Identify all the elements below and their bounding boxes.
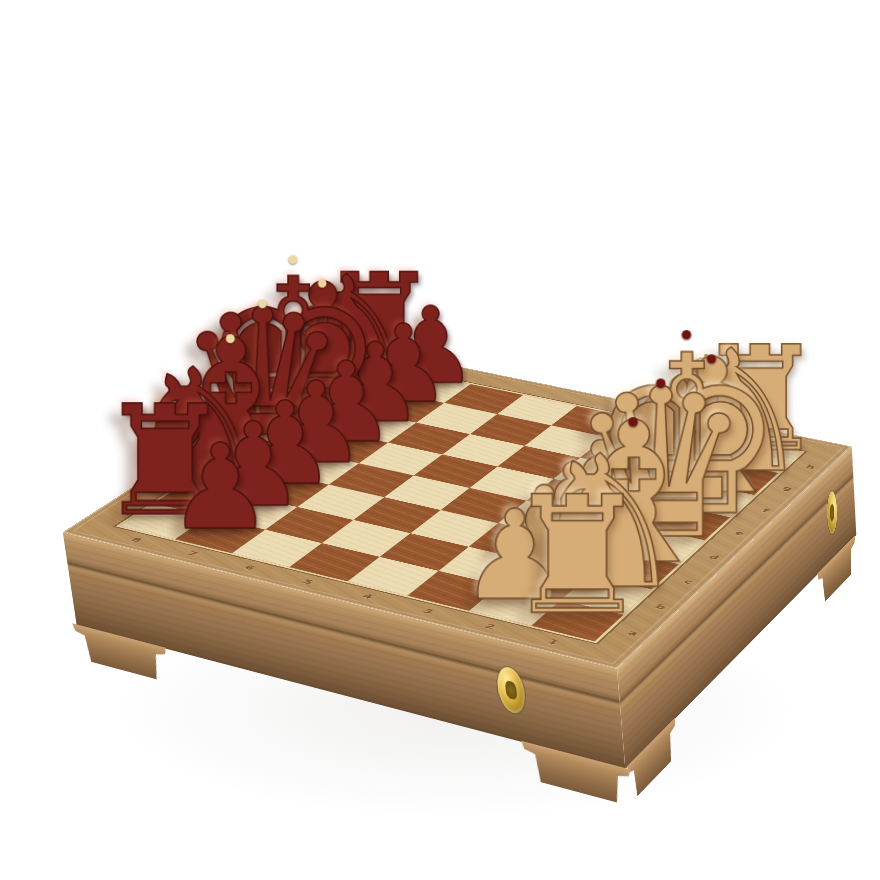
piece-white-rook[interactable]: ♜	[505, 475, 651, 637]
piece-black-pawn[interactable]: ♟	[167, 429, 273, 547]
chess-box: ♜♟♞♟♝♟♚♟♟♛♜♟♟♝♞♟♟♞♝♟♟♜♚♟♟♛♟♝♟♞♟♜ 8765432…	[63, 345, 852, 669]
box-foot-front-corner	[521, 741, 633, 807]
perspective-tilt: ♜♟♞♟♝♟♚♟♟♛♜♟♟♝♞♟♟♞♝♟♟♜♚♟♟♛♟♝♟♞♟♜ 8765432…	[0, 0, 880, 880]
square-a1[interactable]: ♜	[531, 600, 624, 641]
scene: ♜♟♞♟♝♟♚♟♟♛♜♟♟♝♞♟♟♞♝♟♟♜♚♟♟♛♟♝♟♞♟♜ 8765432…	[0, 0, 880, 880]
coord-rank-4: 4	[360, 593, 375, 601]
coord-file-b: b	[653, 603, 668, 611]
coord-rank-2: 2	[482, 623, 497, 631]
coord-rank-8: 8	[129, 537, 144, 544]
coord-rank-7: 7	[185, 550, 200, 557]
coord-file-a: a	[625, 629, 640, 637]
coord-rank-5: 5	[300, 578, 315, 585]
box-foot-right-corner	[817, 536, 856, 608]
product-photo-stage: ♜♟♞♟♝♟♚♟♟♛♜♟♟♝♞♟♟♞♝♟♟♜♚♟♟♛♟♝♟♞♟♜ 8765432…	[0, 0, 880, 880]
coord-rank-1: 1	[546, 638, 561, 646]
box-foot-front-corner-right-face	[627, 718, 678, 804]
box-foot-left-corner	[72, 623, 171, 683]
brass-clasp-right	[826, 487, 838, 538]
coord-rank-3: 3	[421, 608, 436, 616]
coord-rank-6: 6	[242, 564, 257, 571]
brass-clasp-front	[495, 664, 526, 716]
